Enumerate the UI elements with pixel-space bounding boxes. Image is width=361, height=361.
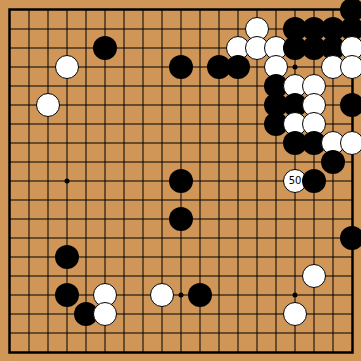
white-stone[interactable]: [283, 302, 307, 326]
white-stone[interactable]: [150, 283, 174, 307]
black-stone[interactable]: [169, 55, 193, 79]
move-number-label: 50: [289, 176, 302, 186]
white-stone[interactable]: [55, 55, 79, 79]
black-stone[interactable]: [226, 55, 250, 79]
go-board[interactable]: 50: [0, 0, 361, 361]
white-stone[interactable]: [302, 264, 326, 288]
white-stone[interactable]: [340, 55, 361, 79]
black-stone[interactable]: [340, 226, 361, 250]
black-stone[interactable]: [169, 169, 193, 193]
stones-layer: 50: [1, 1, 361, 361]
white-stone[interactable]: [340, 131, 361, 155]
black-stone[interactable]: [302, 169, 326, 193]
black-stone[interactable]: [169, 207, 193, 231]
black-stone[interactable]: [55, 283, 79, 307]
black-stone[interactable]: [93, 36, 117, 60]
black-stone[interactable]: [340, 93, 361, 117]
black-stone[interactable]: [321, 150, 345, 174]
black-stone[interactable]: [55, 245, 79, 269]
black-stone[interactable]: [188, 283, 212, 307]
white-stone[interactable]: [36, 93, 60, 117]
white-stone[interactable]: [93, 302, 117, 326]
